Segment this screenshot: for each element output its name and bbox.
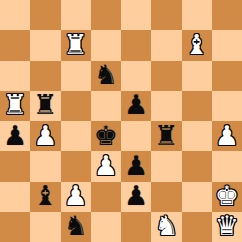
- square-a6[interactable]: [0, 61, 30, 91]
- square-a1[interactable]: [0, 212, 30, 242]
- square-e8[interactable]: [121, 0, 151, 30]
- white-king-h2[interactable]: ♚: [215, 182, 239, 209]
- square-f2[interactable]: [151, 182, 181, 212]
- white-rook-a5[interactable]: ♜: [3, 91, 27, 118]
- black-rook-f4[interactable]: ♜: [154, 122, 178, 149]
- white-rook-c7[interactable]: ♜: [64, 31, 88, 58]
- square-e4[interactable]: [121, 121, 151, 151]
- square-g3[interactable]: [182, 151, 212, 181]
- square-g4[interactable]: [182, 121, 212, 151]
- square-d5[interactable]: [91, 91, 121, 121]
- square-e1[interactable]: [121, 212, 151, 242]
- white-pawn-c2[interactable]: ♟: [64, 182, 88, 209]
- white-pawn-b4[interactable]: ♟: [33, 122, 57, 149]
- square-c1[interactable]: ♞: [61, 212, 91, 242]
- square-e7[interactable]: [121, 30, 151, 60]
- square-c8[interactable]: [61, 0, 91, 30]
- square-g8[interactable]: [182, 0, 212, 30]
- square-b1[interactable]: [30, 212, 60, 242]
- white-knight-f1[interactable]: ♞: [154, 212, 178, 239]
- square-g5[interactable]: [182, 91, 212, 121]
- square-a4[interactable]: ♟: [0, 121, 30, 151]
- square-c7[interactable]: ♜: [61, 30, 91, 60]
- square-f4[interactable]: ♜: [151, 121, 181, 151]
- square-f3[interactable]: [151, 151, 181, 181]
- square-c4[interactable]: [61, 121, 91, 151]
- square-g2[interactable]: [182, 182, 212, 212]
- black-pawn-e3[interactable]: ♟: [124, 152, 148, 179]
- square-e3[interactable]: ♟: [121, 151, 151, 181]
- white-queen-h1[interactable]: ♛: [215, 212, 239, 239]
- square-b8[interactable]: [30, 0, 60, 30]
- square-b4[interactable]: ♟: [30, 121, 60, 151]
- square-b2[interactable]: ♝: [30, 182, 60, 212]
- square-h7[interactable]: [212, 30, 242, 60]
- square-h6[interactable]: [212, 61, 242, 91]
- square-c3[interactable]: [61, 151, 91, 181]
- black-king-d4[interactable]: ♚: [94, 122, 118, 149]
- square-h5[interactable]: [212, 91, 242, 121]
- square-d6[interactable]: ♞: [91, 61, 121, 91]
- square-a3[interactable]: [0, 151, 30, 181]
- square-f8[interactable]: [151, 0, 181, 30]
- square-d1[interactable]: [91, 212, 121, 242]
- black-knight-d6[interactable]: ♞: [94, 61, 118, 88]
- square-b6[interactable]: [30, 61, 60, 91]
- square-f7[interactable]: [151, 30, 181, 60]
- black-knight-c1[interactable]: ♞: [64, 212, 88, 239]
- chess-board: ♜♝♞♜♜♟♟♟♚♜♟♟♟♝♟♟♚♞♞♛: [0, 0, 242, 242]
- square-h2[interactable]: ♚: [212, 182, 242, 212]
- square-e6[interactable]: [121, 61, 151, 91]
- square-a7[interactable]: [0, 30, 30, 60]
- square-h8[interactable]: [212, 0, 242, 30]
- square-e5[interactable]: ♟: [121, 91, 151, 121]
- square-g7[interactable]: ♝: [182, 30, 212, 60]
- square-a5[interactable]: ♜: [0, 91, 30, 121]
- square-c2[interactable]: ♟: [61, 182, 91, 212]
- square-c6[interactable]: [61, 61, 91, 91]
- square-b5[interactable]: ♜: [30, 91, 60, 121]
- square-d8[interactable]: [91, 0, 121, 30]
- white-pawn-d3[interactable]: ♟: [94, 152, 118, 179]
- square-h1[interactable]: ♛: [212, 212, 242, 242]
- black-bishop-b2[interactable]: ♝: [33, 182, 57, 209]
- square-a8[interactable]: [0, 0, 30, 30]
- black-rook-b5[interactable]: ♜: [33, 91, 57, 118]
- square-b7[interactable]: [30, 30, 60, 60]
- square-f5[interactable]: [151, 91, 181, 121]
- square-h4[interactable]: ♟: [212, 121, 242, 151]
- black-pawn-e5[interactable]: ♟: [124, 91, 148, 118]
- square-g1[interactable]: [182, 212, 212, 242]
- square-g6[interactable]: [182, 61, 212, 91]
- white-pawn-h4[interactable]: ♟: [215, 122, 239, 149]
- square-c5[interactable]: [61, 91, 91, 121]
- white-bishop-g7[interactable]: ♝: [185, 31, 209, 58]
- square-d2[interactable]: [91, 182, 121, 212]
- square-f1[interactable]: ♞: [151, 212, 181, 242]
- square-d7[interactable]: [91, 30, 121, 60]
- square-h3[interactable]: [212, 151, 242, 181]
- square-d4[interactable]: ♚: [91, 121, 121, 151]
- square-d3[interactable]: ♟: [91, 151, 121, 181]
- black-pawn-a4[interactable]: ♟: [3, 122, 27, 149]
- square-b3[interactable]: [30, 151, 60, 181]
- black-pawn-e2[interactable]: ♟: [124, 182, 148, 209]
- square-e2[interactable]: ♟: [121, 182, 151, 212]
- square-a2[interactable]: [0, 182, 30, 212]
- square-f6[interactable]: [151, 61, 181, 91]
